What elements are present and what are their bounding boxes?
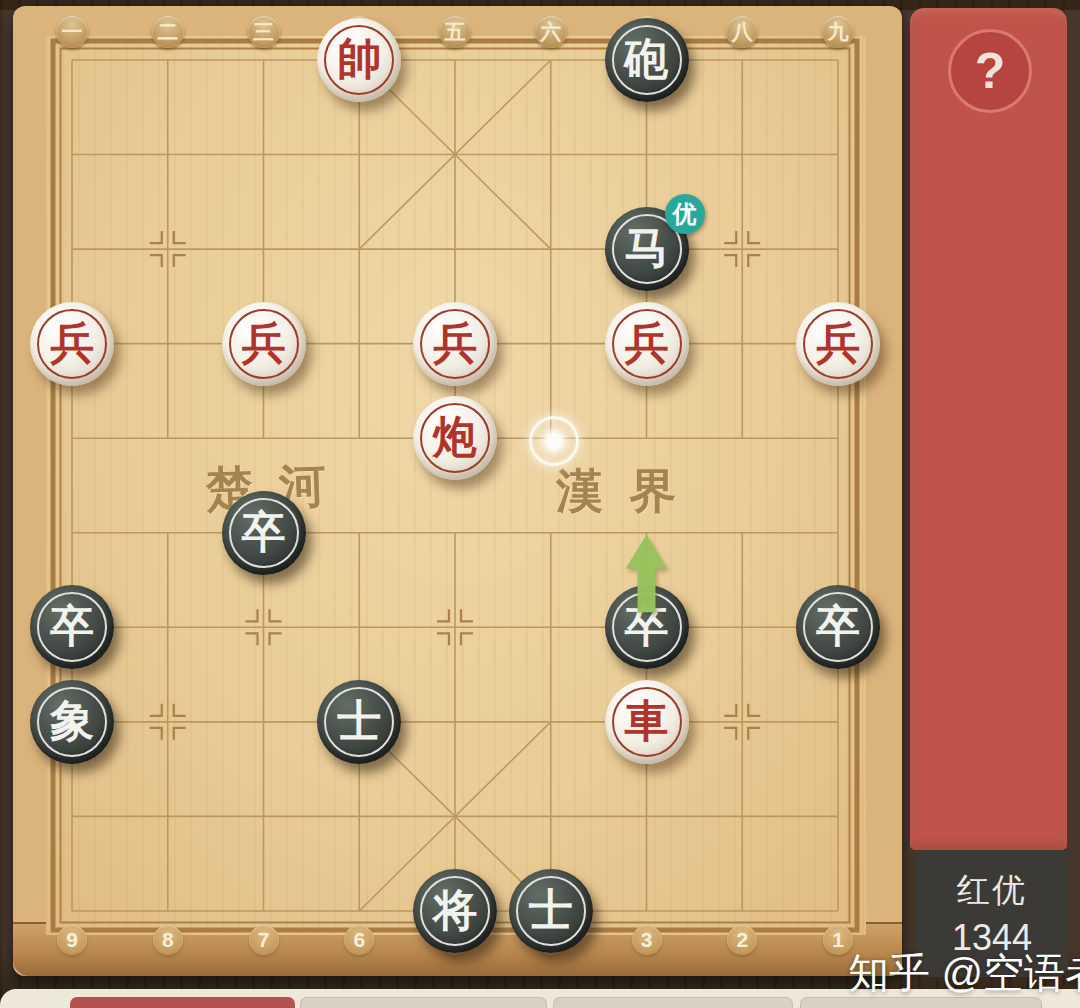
piece-red-soldier-1[interactable]: 兵 xyxy=(30,302,114,386)
xiangqi-app: 楚河 漢界 一二三四五六七八九 987654321 帥砲马优兵兵兵兵兵炮卒卒卒卒… xyxy=(0,0,1080,1008)
piece-glyph: 兵 xyxy=(816,321,860,365)
piece-red-general[interactable]: 帥 xyxy=(317,18,401,102)
piece-red-chariot[interactable]: 車 xyxy=(605,680,689,764)
piece-glyph: 卒 xyxy=(50,604,94,648)
bottom-toolbar-button-3[interactable] xyxy=(553,997,793,1008)
piece-glyph: 兵 xyxy=(433,321,477,365)
piece-red-soldier-5[interactable]: 兵 xyxy=(796,302,880,386)
watermark: 知乎 @空语者 xyxy=(848,946,1080,1001)
file-label-top-6: 六 xyxy=(535,16,567,48)
piece-glyph: 兵 xyxy=(242,321,286,365)
file-label-top-3: 三 xyxy=(248,16,280,48)
file-label-top-5: 五 xyxy=(439,16,471,48)
advantage-badge: 优 xyxy=(665,194,705,234)
piece-glyph: 马 xyxy=(625,226,669,270)
file-label-top-8: 八 xyxy=(726,16,758,48)
file-label-top-1: 一 xyxy=(56,16,88,48)
piece-black-advisor-1[interactable]: 士 xyxy=(317,680,401,764)
board-playing-field xyxy=(46,36,866,935)
piece-black-advisor-2[interactable]: 士 xyxy=(509,869,593,953)
piece-black-soldier-2[interactable]: 卒 xyxy=(30,585,114,669)
piece-black-elephant[interactable]: 象 xyxy=(30,680,114,764)
piece-black-horse[interactable]: 马优 xyxy=(605,207,689,291)
piece-glyph: 帥 xyxy=(337,37,381,81)
bottom-toolbar-button-2[interactable] xyxy=(300,997,547,1008)
piece-glyph: 士 xyxy=(337,699,381,743)
piece-glyph: 炮 xyxy=(433,415,477,459)
piece-glyph: 士 xyxy=(529,888,573,932)
piece-glyph: 兵 xyxy=(625,321,669,365)
piece-black-general[interactable]: 将 xyxy=(413,869,497,953)
piece-glyph: 砲 xyxy=(625,37,669,81)
piece-red-soldier-4[interactable]: 兵 xyxy=(605,302,689,386)
piece-glyph: 象 xyxy=(50,699,94,743)
piece-glyph: 卒 xyxy=(816,604,860,648)
bottom-toolbar-button-1[interactable] xyxy=(70,997,295,1008)
xiangqi-board xyxy=(13,6,902,976)
piece-black-soldier-1[interactable]: 卒 xyxy=(222,491,306,575)
river-label-right: 漢界 xyxy=(556,460,702,523)
file-label-bottom-9: 9 xyxy=(57,925,87,955)
piece-black-soldier-4[interactable]: 卒 xyxy=(796,585,880,669)
piece-glyph: 卒 xyxy=(242,510,286,554)
file-label-bottom-3: 3 xyxy=(632,925,662,955)
piece-black-cannon[interactable]: 砲 xyxy=(605,18,689,102)
side-panel: ? xyxy=(910,8,1067,850)
piece-glyph: 兵 xyxy=(50,321,94,365)
piece-red-soldier-2[interactable]: 兵 xyxy=(222,302,306,386)
piece-glyph: 将 xyxy=(433,888,477,932)
piece-black-soldier-3[interactable]: 卒 xyxy=(605,585,689,669)
file-label-top-9: 九 xyxy=(822,16,854,48)
help-button[interactable]: ? xyxy=(948,29,1032,113)
move-highlight-dot xyxy=(529,416,579,466)
question-mark-icon: ? xyxy=(975,42,1006,100)
piece-glyph: 車 xyxy=(625,699,669,743)
file-label-top-2: 二 xyxy=(152,16,184,48)
file-label-bottom-8: 8 xyxy=(153,925,183,955)
evaluation-label: 红优 xyxy=(957,868,1027,913)
piece-red-cannon[interactable]: 炮 xyxy=(413,396,497,480)
piece-red-soldier-3[interactable]: 兵 xyxy=(413,302,497,386)
file-label-bottom-7: 7 xyxy=(249,925,279,955)
piece-glyph: 卒 xyxy=(625,604,669,648)
